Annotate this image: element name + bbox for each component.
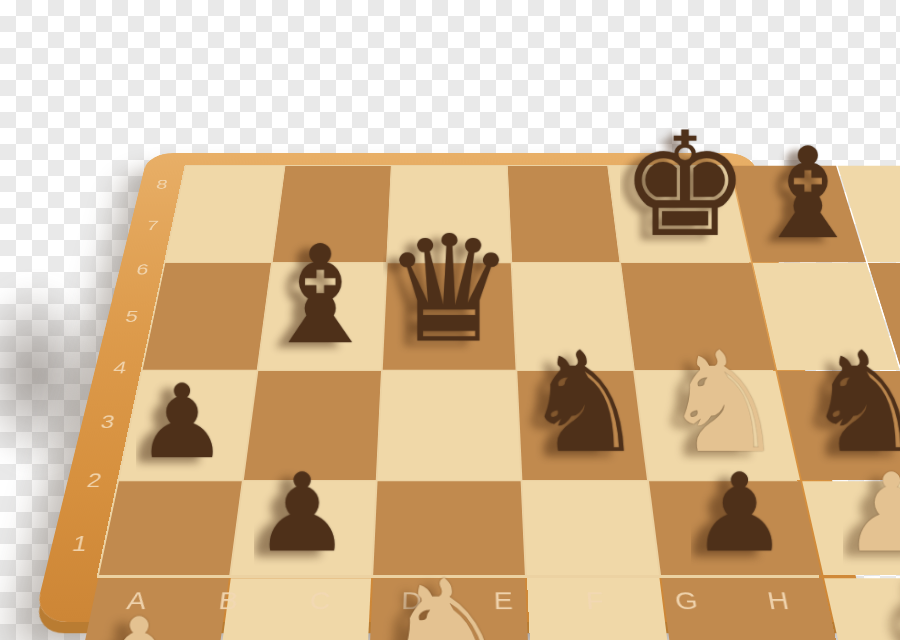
rank-label-3: 3 — [82, 395, 132, 452]
white-pawn[interactable]: ♟ — [86, 602, 192, 640]
white-bishop[interactable]: ♝ — [856, 551, 900, 640]
square-b7[interactable]: ♝ — [259, 263, 386, 369]
square-c7[interactable]: ♛ — [383, 263, 516, 369]
square-a6[interactable]: ♟ — [119, 371, 257, 480]
square-a7[interactable] — [143, 263, 272, 369]
rank-label-8: 8 — [141, 165, 181, 205]
file-label-h: H — [729, 582, 828, 621]
file-label-f: F — [548, 582, 643, 621]
square-c3[interactable]: ♞ — [366, 578, 532, 640]
board-grid: ♚♝♜♝♛♟♞♞♞♟♟♟♟♟♞♝♟♟♟♟♜♝♛♜♚ — [96, 165, 819, 578]
file-label-c: C — [273, 582, 368, 621]
chess-board: 87654321 ♚♝♜♝♛♟♞♞♞♟♟♟♟♟♞♝♟♟♟♟♜♝♛♜♚ ABCDE… — [33, 153, 867, 622]
square-d8[interactable] — [508, 166, 620, 262]
black-king[interactable]: ♚ — [620, 112, 749, 256]
black-pawn[interactable]: ♟ — [254, 459, 351, 567]
black-bishop[interactable]: ♝ — [752, 131, 865, 257]
white-knight[interactable]: ♞ — [377, 560, 521, 640]
rank-label-7: 7 — [131, 205, 173, 248]
file-label-g: G — [639, 582, 736, 621]
rank-label-6: 6 — [120, 248, 164, 294]
file-label-b: B — [180, 582, 277, 621]
square-f8[interactable]: ♝ — [731, 166, 866, 262]
square-b5[interactable]: ♟ — [232, 481, 376, 575]
square-e8[interactable]: ♚ — [609, 166, 751, 262]
black-queen[interactable]: ♛ — [383, 216, 515, 363]
square-f3[interactable]: ♝ — [824, 578, 900, 640]
square-c6[interactable] — [378, 371, 521, 480]
black-bishop[interactable]: ♝ — [260, 228, 382, 364]
square-e5[interactable]: ♟ — [649, 481, 821, 575]
square-d6[interactable]: ♞ — [517, 371, 647, 480]
black-pawn[interactable]: ♟ — [691, 459, 788, 567]
black-knight[interactable]: ♞ — [522, 334, 646, 473]
square-d5[interactable] — [522, 481, 659, 575]
square-a5[interactable] — [99, 481, 242, 575]
black-pawn[interactable]: ♟ — [136, 371, 228, 473]
chess-scene: 87654321 ♚♝♜♝♛♟♞♞♞♟♟♟♟♟♞♝♟♟♟♟♜♝♛♜♚ ABCDE… — [0, 0, 900, 640]
